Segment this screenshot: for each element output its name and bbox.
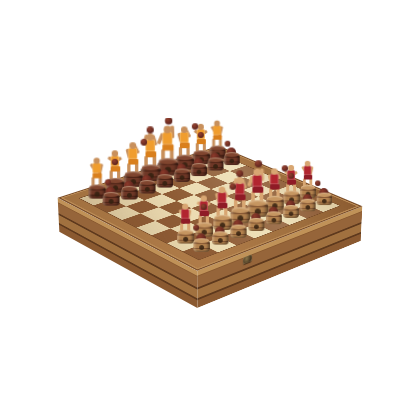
barrel-medallion — [228, 159, 233, 164]
barrel-medallion — [212, 164, 217, 169]
barrel-medallion — [304, 205, 309, 210]
barrel-medallion — [321, 199, 326, 204]
barrel-medallion — [178, 175, 183, 180]
barrel-medallion — [217, 238, 222, 243]
barrel-base — [192, 240, 209, 252]
basketball-icon — [140, 139, 147, 146]
barrel-medallion — [253, 225, 258, 230]
barrel-medallion — [288, 211, 293, 216]
basketball-icon — [229, 183, 236, 190]
basketball-icon — [254, 160, 261, 167]
basketball-icon — [146, 126, 153, 133]
basketball-icon — [191, 123, 198, 130]
barrel-medallion — [195, 170, 200, 175]
barrel-medallion — [235, 231, 240, 236]
barrel-medallion — [107, 199, 112, 204]
barrel-base — [101, 194, 118, 206]
barrel-medallion — [270, 218, 275, 223]
chess-box — [58, 146, 363, 271]
barrel-medallion — [182, 237, 187, 242]
basketball-icon — [164, 117, 171, 124]
barrel-medallion — [144, 187, 149, 192]
barrel-medallion — [161, 181, 166, 186]
basketball-icon — [281, 165, 287, 171]
barrel-medallion — [198, 245, 203, 250]
latch-icon — [243, 254, 252, 264]
barrel-medallion — [126, 193, 131, 198]
basketball-icon — [236, 170, 243, 177]
